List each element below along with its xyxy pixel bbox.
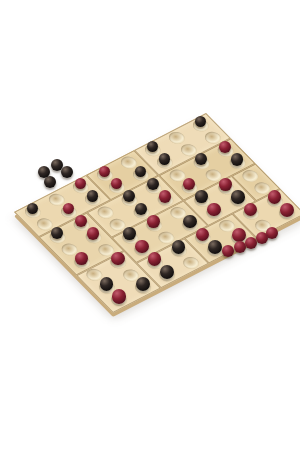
black-marble[interactable] <box>100 277 114 291</box>
red-marble[interactable] <box>232 228 246 242</box>
black-marble[interactable] <box>231 190 244 203</box>
red-marble[interactable] <box>135 240 148 253</box>
black-marble[interactable] <box>183 215 196 228</box>
red-marble[interactable] <box>159 190 171 202</box>
red-marble[interactable] <box>207 203 220 216</box>
black-marble[interactable] <box>195 116 206 127</box>
red-marble[interactable] <box>219 178 232 191</box>
black-marble[interactable] <box>136 277 150 291</box>
black-marble[interactable] <box>27 203 38 214</box>
red-marble[interactable] <box>147 215 160 228</box>
red-marble[interactable] <box>111 252 124 265</box>
black-marble[interactable] <box>159 153 170 164</box>
black-marble[interactable] <box>172 240 186 254</box>
red-marble[interactable] <box>112 289 126 303</box>
black-marble[interactable] <box>123 190 135 202</box>
red-marble[interactable] <box>219 141 231 153</box>
black-marble[interactable] <box>195 153 207 165</box>
red-marble[interactable] <box>148 252 162 266</box>
red-marble[interactable] <box>99 166 110 177</box>
black-marble[interactable] <box>231 153 243 165</box>
product-photo <box>0 0 300 450</box>
red-marble[interactable] <box>75 215 87 227</box>
red-marble[interactable] <box>75 252 88 265</box>
black-marble[interactable] <box>208 240 222 254</box>
red-marble[interactable] <box>280 203 294 217</box>
black-marble[interactable] <box>147 178 159 190</box>
red-marble[interactable] <box>75 178 86 189</box>
black-marble[interactable] <box>147 141 158 152</box>
black-marble[interactable] <box>87 190 98 201</box>
black-marble[interactable] <box>160 265 174 279</box>
